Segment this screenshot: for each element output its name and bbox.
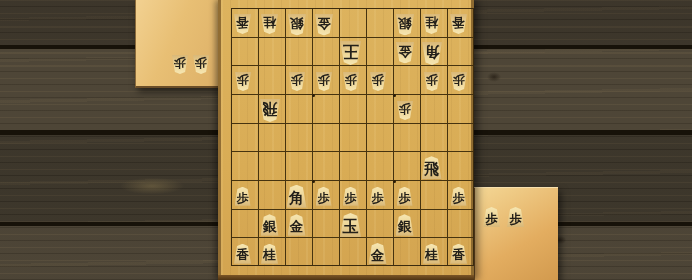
square-3c[interactable] [394,66,421,95]
sente-piece-stand [473,187,558,280]
square-8g[interactable] [259,181,286,210]
square-9h[interactable] [232,210,259,239]
square-6h[interactable] [313,210,340,239]
piece-kanji: 桂 [425,249,438,264]
square-5e[interactable] [340,124,367,153]
piece-kanji: 歩 [345,72,357,86]
piece-kanji: 銀 [263,220,277,236]
piece-kanji: 歩 [399,192,411,206]
gote-piece-stand [135,0,219,88]
square-3e[interactable] [394,124,421,153]
square-1b[interactable] [448,38,475,67]
piece-kanji: 玉 [343,219,359,237]
square-8e[interactable] [259,124,286,153]
piece-kanji: 金 [398,42,412,58]
piece-kanji: 歩 [345,192,357,206]
piece-kanji: 銀 [290,14,304,30]
square-2h[interactable] [421,210,448,239]
piece-kanji: 金 [371,249,385,265]
piece-kanji: 歩 [453,72,465,86]
piece-kanji: 飛 [424,162,439,179]
piece-kanji: 銀 [398,220,412,236]
piece-kanji: 王 [343,41,359,59]
star-point [312,180,315,183]
piece-kanji: 桂 [263,14,276,29]
piece-kanji: 歩 [174,55,186,69]
piece-kanji: 香 [236,14,249,29]
square-7i[interactable] [286,238,313,267]
square-1f[interactable] [448,152,475,181]
star-point [393,180,396,183]
square-4a[interactable] [367,9,394,38]
piece-kanji: 歩 [485,213,498,228]
square-1h[interactable] [448,210,475,239]
square-4e[interactable] [367,124,394,153]
square-9f[interactable] [232,152,259,181]
piece-kanji: 歩 [426,72,438,86]
square-8c[interactable] [259,66,286,95]
square-1d[interactable] [448,95,475,124]
piece-kanji: 香 [236,249,249,264]
square-2g[interactable] [421,181,448,210]
piece-kanji: 歩 [318,72,330,86]
square-6b[interactable] [313,38,340,67]
piece-kanji: 歩 [509,213,522,228]
piece-kanji: 歩 [195,55,207,69]
square-8f[interactable] [259,152,286,181]
square-6f[interactable] [313,152,340,181]
square-8b[interactable] [259,38,286,67]
square-6e[interactable] [313,124,340,153]
piece-kanji: 歩 [237,192,249,206]
piece-kanji: 香 [452,249,465,264]
square-5a[interactable] [340,9,367,38]
shogi-scene: 香桂銀金銀桂香王金角歩歩歩歩歩歩歩飛歩飛歩角歩歩歩歩歩銀金玉銀香桂金桂香歩歩歩歩 [0,0,692,280]
square-6d[interactable] [313,95,340,124]
square-3f[interactable] [394,152,421,181]
square-7f[interactable] [286,152,313,181]
star-point [393,94,396,97]
square-4h[interactable] [367,210,394,239]
square-9e[interactable] [232,124,259,153]
piece-kanji: 角 [424,42,439,59]
square-2e[interactable] [421,124,448,153]
piece-kanji: 歩 [453,192,465,206]
star-point [312,94,315,97]
square-5i[interactable] [340,238,367,267]
square-2d[interactable] [421,95,448,124]
square-4d[interactable] [367,95,394,124]
square-4b[interactable] [367,38,394,67]
piece-kanji: 金 [317,14,331,30]
piece-kanji: 桂 [425,14,438,29]
piece-kanji: 香 [452,14,465,29]
square-9b[interactable] [232,38,259,67]
piece-kanji: 角 [289,191,304,208]
piece-kanji: 歩 [237,72,249,86]
square-5f[interactable] [340,152,367,181]
square-4f[interactable] [367,152,394,181]
square-7d[interactable] [286,95,313,124]
square-9d[interactable] [232,95,259,124]
square-6i[interactable] [313,238,340,267]
piece-kanji: 金 [290,220,304,236]
piece-kanji: 歩 [399,101,411,115]
square-5d[interactable] [340,95,367,124]
square-3i[interactable] [394,238,421,267]
square-7b[interactable] [286,38,313,67]
piece-kanji: 銀 [398,14,412,30]
square-1e[interactable] [448,124,475,153]
piece-kanji: 歩 [291,72,303,86]
piece-kanji: 飛 [262,99,277,116]
square-7e[interactable] [286,124,313,153]
piece-kanji: 歩 [372,192,384,206]
piece-kanji: 桂 [263,249,276,264]
piece-kanji: 歩 [372,72,384,86]
piece-kanji: 歩 [318,192,330,206]
